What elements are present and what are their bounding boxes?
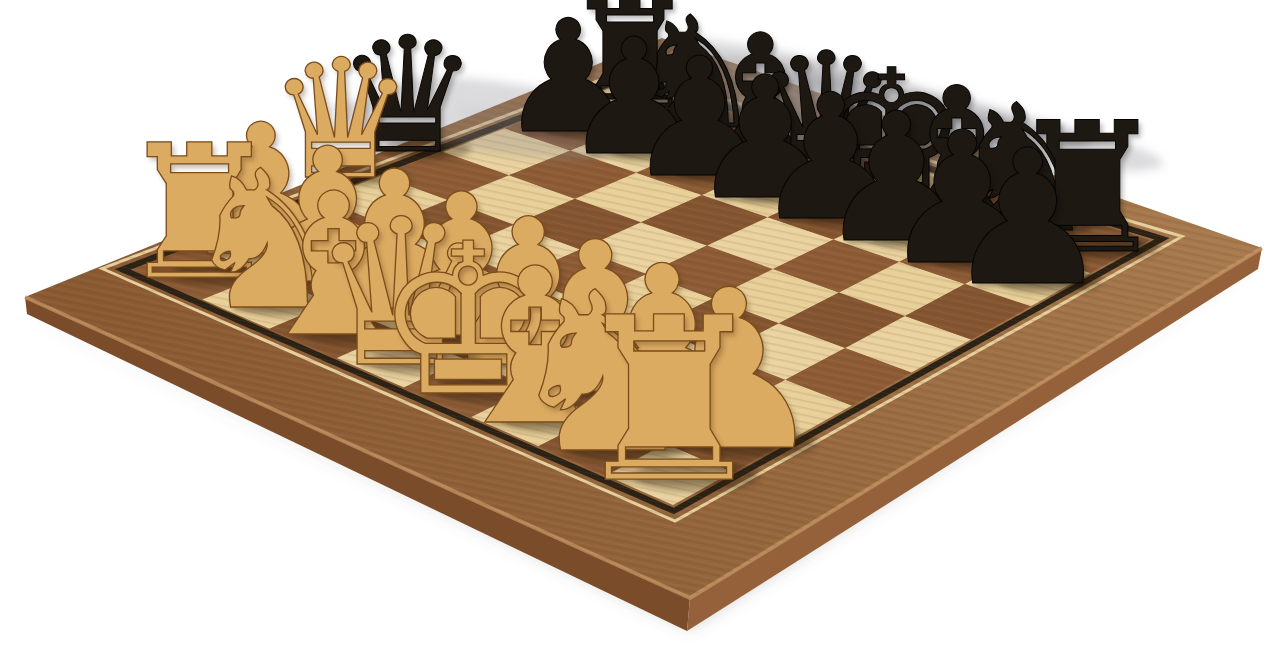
piece-black-pawn-h7: ♟	[934, 126, 1121, 313]
chess-scene: ♜♞♟♝♛♟♛♟♛♚♟♝♟♞♟♜♟♟♜♟♟♞♟♝♟♟♛♟♚♟♝♟♞♜	[0, 0, 1280, 658]
piece-white-rook-h1: ♜	[556, 288, 783, 515]
pieces-layer: ♜♞♟♝♛♟♛♟♛♚♟♝♟♞♟♜♟♟♜♟♟♞♟♝♟♟♛♟♚♟♝♟♞♜	[0, 0, 1280, 658]
